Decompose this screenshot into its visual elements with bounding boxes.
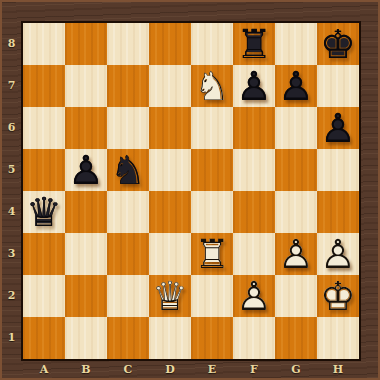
piece-black-pawn-h6[interactable]: ♟♙ xyxy=(317,107,359,149)
rank-label-2: 2 xyxy=(2,275,21,317)
square-h7[interactable] xyxy=(317,65,359,107)
square-a2[interactable] xyxy=(23,275,65,317)
black-rook-glyph: ♜ xyxy=(233,23,275,65)
square-a5[interactable] xyxy=(23,149,65,191)
file-label-b: B xyxy=(65,360,107,380)
square-b8[interactable] xyxy=(65,23,107,65)
file-label-g: G xyxy=(275,360,317,380)
square-a3[interactable] xyxy=(23,233,65,275)
piece-white-rook-e3[interactable]: ♜♖ xyxy=(191,233,233,275)
piece-black-knight-c5[interactable]: ♞♘ xyxy=(107,149,149,191)
black-pawn-glyph: ♟ xyxy=(233,65,275,107)
piece-black-rook-f8[interactable]: ♜♖ xyxy=(233,23,275,65)
black-queen-outline-glyph: ♕ xyxy=(23,191,65,233)
white-pawn-glyph: ♟ xyxy=(317,233,359,275)
piece-black-pawn-f7[interactable]: ♟♙ xyxy=(233,65,275,107)
square-c6[interactable] xyxy=(107,107,149,149)
white-pawn-outline-glyph: ♙ xyxy=(275,233,317,275)
square-e1[interactable] xyxy=(191,317,233,359)
square-b7[interactable] xyxy=(65,65,107,107)
square-d3[interactable] xyxy=(149,233,191,275)
file-label-e: E xyxy=(191,360,233,380)
square-b2[interactable] xyxy=(65,275,107,317)
white-pawn-glyph: ♟ xyxy=(275,233,317,275)
square-a6[interactable] xyxy=(23,107,65,149)
square-f1[interactable] xyxy=(233,317,275,359)
square-b5[interactable]: ♟♙ xyxy=(65,149,107,191)
piece-white-knight-e7[interactable]: ♞♘ xyxy=(191,65,233,107)
piece-white-pawn-f2[interactable]: ♟♙ xyxy=(233,275,275,317)
piece-black-pawn-g7[interactable]: ♟♙ xyxy=(275,65,317,107)
square-e8[interactable] xyxy=(191,23,233,65)
square-f8[interactable]: ♜♖ xyxy=(233,23,275,65)
white-pawn-outline-glyph: ♙ xyxy=(317,233,359,275)
square-e3[interactable]: ♜♖ xyxy=(191,233,233,275)
black-rook-outline-glyph: ♖ xyxy=(233,23,275,65)
square-d4[interactable] xyxy=(149,191,191,233)
square-c1[interactable] xyxy=(107,317,149,359)
file-label-d: D xyxy=(149,360,191,380)
square-d5[interactable] xyxy=(149,149,191,191)
square-c5[interactable]: ♞♘ xyxy=(107,149,149,191)
black-pawn-glyph: ♟ xyxy=(65,149,107,191)
square-e5[interactable] xyxy=(191,149,233,191)
square-f6[interactable] xyxy=(233,107,275,149)
square-b6[interactable] xyxy=(65,107,107,149)
white-knight-glyph: ♞ xyxy=(191,65,233,107)
black-queen-glyph: ♛ xyxy=(23,191,65,233)
square-h3[interactable]: ♟♙ xyxy=(317,233,359,275)
black-pawn-outline-glyph: ♙ xyxy=(233,65,275,107)
file-label-h: H xyxy=(317,360,359,380)
square-b3[interactable] xyxy=(65,233,107,275)
square-g1[interactable] xyxy=(275,317,317,359)
square-g6[interactable] xyxy=(275,107,317,149)
rank-label-8: 8 xyxy=(2,23,21,65)
rank-label-5: 5 xyxy=(2,149,21,191)
piece-white-queen-d2[interactable]: ♛♕ xyxy=(149,275,191,317)
square-g3[interactable]: ♟♙ xyxy=(275,233,317,275)
square-c3[interactable] xyxy=(107,233,149,275)
file-label-f: F xyxy=(233,360,275,380)
white-rook-glyph: ♜ xyxy=(191,233,233,275)
square-h6[interactable]: ♟♙ xyxy=(317,107,359,149)
square-f5[interactable] xyxy=(233,149,275,191)
square-h8[interactable]: ♚♔ xyxy=(317,23,359,65)
black-pawn-outline-glyph: ♙ xyxy=(275,65,317,107)
rank-label-7: 7 xyxy=(2,65,21,107)
chess-board: ♜♖♚♔♞♘♟♙♟♙♟♙♟♙♞♘♛♕♜♖♟♙♟♙♛♕♟♙♚♔ xyxy=(21,21,361,361)
square-e7[interactable]: ♞♘ xyxy=(191,65,233,107)
piece-black-king-h8[interactable]: ♚♔ xyxy=(317,23,359,65)
square-d2[interactable]: ♛♕ xyxy=(149,275,191,317)
rank-label-3: 3 xyxy=(2,233,21,275)
square-e6[interactable] xyxy=(191,107,233,149)
white-pawn-outline-glyph: ♙ xyxy=(233,275,275,317)
square-b1[interactable] xyxy=(65,317,107,359)
square-g4[interactable] xyxy=(275,191,317,233)
board-frame: ♜♖♚♔♞♘♟♙♟♙♟♙♟♙♞♘♛♕♜♖♟♙♟♙♛♕♟♙♚♔ 87654321A… xyxy=(0,0,380,380)
black-king-glyph: ♚ xyxy=(317,23,359,65)
rank-label-4: 4 xyxy=(2,191,21,233)
black-king-outline-glyph: ♔ xyxy=(317,23,359,65)
square-a1[interactable] xyxy=(23,317,65,359)
white-knight-outline-glyph: ♘ xyxy=(191,65,233,107)
square-c2[interactable] xyxy=(107,275,149,317)
piece-black-queen-a4[interactable]: ♛♕ xyxy=(23,191,65,233)
square-g7[interactable]: ♟♙ xyxy=(275,65,317,107)
piece-white-king-h2[interactable]: ♚♔ xyxy=(317,275,359,317)
square-h1[interactable] xyxy=(317,317,359,359)
rank-label-1: 1 xyxy=(2,317,21,359)
white-queen-outline-glyph: ♕ xyxy=(149,275,191,317)
square-b4[interactable] xyxy=(65,191,107,233)
white-king-glyph: ♚ xyxy=(317,275,359,317)
square-f3[interactable] xyxy=(233,233,275,275)
square-h5[interactable] xyxy=(317,149,359,191)
square-e4[interactable] xyxy=(191,191,233,233)
square-f2[interactable]: ♟♙ xyxy=(233,275,275,317)
rank-label-6: 6 xyxy=(2,107,21,149)
square-h2[interactable]: ♚♔ xyxy=(317,275,359,317)
white-king-outline-glyph: ♔ xyxy=(317,275,359,317)
piece-white-pawn-h3[interactable]: ♟♙ xyxy=(317,233,359,275)
black-knight-outline-glyph: ♘ xyxy=(107,149,149,191)
square-f4[interactable] xyxy=(233,191,275,233)
square-c4[interactable] xyxy=(107,191,149,233)
white-rook-outline-glyph: ♖ xyxy=(191,233,233,275)
square-d6[interactable] xyxy=(149,107,191,149)
black-knight-glyph: ♞ xyxy=(107,149,149,191)
square-c8[interactable] xyxy=(107,23,149,65)
square-g8[interactable] xyxy=(275,23,317,65)
square-g5[interactable] xyxy=(275,149,317,191)
square-e2[interactable] xyxy=(191,275,233,317)
square-a8[interactable] xyxy=(23,23,65,65)
file-label-c: C xyxy=(107,360,149,380)
square-h4[interactable] xyxy=(317,191,359,233)
white-pawn-glyph: ♟ xyxy=(233,275,275,317)
black-pawn-glyph: ♟ xyxy=(317,107,359,149)
piece-black-pawn-b5[interactable]: ♟♙ xyxy=(65,149,107,191)
white-queen-glyph: ♛ xyxy=(149,275,191,317)
square-d1[interactable] xyxy=(149,317,191,359)
black-pawn-outline-glyph: ♙ xyxy=(317,107,359,149)
black-pawn-outline-glyph: ♙ xyxy=(65,149,107,191)
file-label-a: A xyxy=(23,360,65,380)
square-c7[interactable] xyxy=(107,65,149,107)
square-d8[interactable] xyxy=(149,23,191,65)
square-g2[interactable] xyxy=(275,275,317,317)
square-f7[interactable]: ♟♙ xyxy=(233,65,275,107)
square-a7[interactable] xyxy=(23,65,65,107)
square-a4[interactable]: ♛♕ xyxy=(23,191,65,233)
black-pawn-glyph: ♟ xyxy=(275,65,317,107)
square-d7[interactable] xyxy=(149,65,191,107)
piece-white-pawn-g3[interactable]: ♟♙ xyxy=(275,233,317,275)
